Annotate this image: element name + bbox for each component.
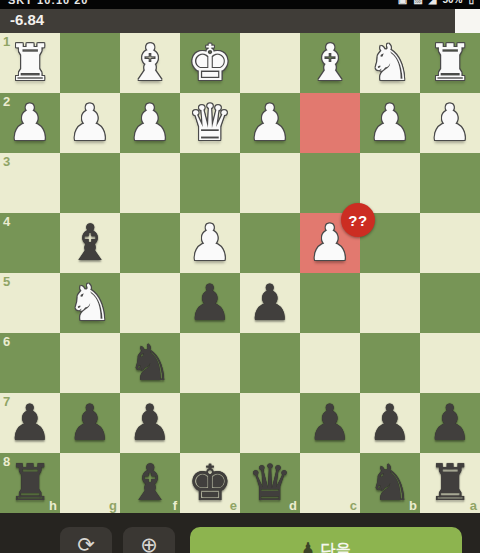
square-c1[interactable]: ♝ [300, 33, 360, 93]
square-f7[interactable]: ♟ [120, 393, 180, 453]
rank-label-3: 3 [3, 154, 10, 169]
square-d3[interactable] [240, 153, 300, 213]
rank-label-1: 1 [3, 34, 10, 49]
mute-icon: ▨ [413, 0, 422, 5]
square-a8[interactable]: a♜ [420, 453, 480, 513]
square-h5[interactable]: 5 [0, 273, 60, 333]
square-f6[interactable]: ♞ [120, 333, 180, 393]
square-e8[interactable]: e♚ [180, 453, 240, 513]
square-d8[interactable]: d♛ [240, 453, 300, 513]
white-Q-piece-e2: ♛ [180, 93, 240, 153]
app-screen: SKT 10:10 20 ▣ ▨ ◢ 50% ▯ -6.84 1♜♝♚♝♞♜2♟… [0, 0, 480, 553]
square-d4[interactable] [240, 213, 300, 273]
square-d2[interactable]: ♟ [240, 93, 300, 153]
square-d1[interactable] [240, 33, 300, 93]
status-icons: ▣ ▨ ◢ 50% ▯ [398, 0, 474, 5]
square-f1[interactable]: ♝ [120, 33, 180, 93]
square-a1[interactable]: ♜ [420, 33, 480, 93]
white-P-piece-b2: ♟ [360, 93, 420, 153]
white-B-piece-c1: ♝ [300, 33, 360, 93]
square-e7[interactable] [180, 393, 240, 453]
bottom-toolbar: ⟳ ⊕ ♟ 다음 [0, 513, 480, 553]
square-e2[interactable]: ♛ [180, 93, 240, 153]
square-e1[interactable]: ♚ [180, 33, 240, 93]
status-carrier-time: SKT 10:10 20 [8, 0, 88, 6]
plus-circle-icon: ⊕ [140, 535, 158, 553]
black-P-piece-b7: ♟ [360, 393, 420, 453]
black-P-piece-f7: ♟ [120, 393, 180, 453]
square-h6[interactable]: 6 [0, 333, 60, 393]
square-c2[interactable] [300, 93, 360, 153]
battery-percent: 50% [442, 0, 462, 5]
square-g8[interactable]: g [60, 453, 120, 513]
signal-icon: ◢ [429, 0, 437, 5]
square-a4[interactable] [420, 213, 480, 273]
square-e3[interactable] [180, 153, 240, 213]
square-f8[interactable]: f♝ [120, 453, 180, 513]
square-b6[interactable] [360, 333, 420, 393]
square-e5[interactable]: ♟ [180, 273, 240, 333]
chess-board[interactable]: 1♜♝♚♝♞♜2♟♟♟♛♟♟♟34♝♟♟5♞♟♟6♞7♟♟♟♟♟♟8h♜gf♝e… [0, 33, 480, 513]
next-button[interactable]: ♟ 다음 [190, 527, 462, 553]
white-R-piece-a1: ♜ [420, 33, 480, 93]
rank-label-2: 2 [3, 94, 10, 109]
white-N-piece-g5: ♞ [60, 273, 120, 333]
screenshot-icon: ▣ [398, 0, 407, 5]
square-a5[interactable] [420, 273, 480, 333]
file-label-e: e [230, 498, 237, 513]
square-b5[interactable] [360, 273, 420, 333]
square-a7[interactable]: ♟ [420, 393, 480, 453]
square-h3[interactable]: 3 [0, 153, 60, 213]
evaluation-score: -6.84 [10, 11, 44, 28]
file-label-b: b [409, 498, 417, 513]
black-N-piece-f6: ♞ [120, 333, 180, 393]
square-d6[interactable] [240, 333, 300, 393]
square-h8[interactable]: 8h♜ [0, 453, 60, 513]
square-g3[interactable] [60, 153, 120, 213]
file-label-c: c [350, 498, 357, 513]
square-h1[interactable]: 1♜ [0, 33, 60, 93]
square-b2[interactable]: ♟ [360, 93, 420, 153]
black-B-piece-g4: ♝ [60, 213, 120, 273]
status-bar: SKT 10:10 20 ▣ ▨ ◢ 50% ▯ [0, 0, 480, 9]
rank-label-4: 4 [3, 214, 10, 229]
square-f4[interactable] [120, 213, 180, 273]
file-label-f: f [173, 498, 177, 513]
black-P-piece-e5: ♟ [180, 273, 240, 333]
square-a3[interactable] [420, 153, 480, 213]
file-label-g: g [109, 498, 117, 513]
square-e4[interactable]: ♟ [180, 213, 240, 273]
file-label-h: h [49, 498, 57, 513]
pawn-icon: ♟ [301, 541, 314, 553]
white-P-piece-e4: ♟ [180, 213, 240, 273]
file-label-d: d [289, 498, 297, 513]
square-c5[interactable] [300, 273, 360, 333]
square-h7[interactable]: 7♟ [0, 393, 60, 453]
black-P-piece-a7: ♟ [420, 393, 480, 453]
file-label-a: a [470, 498, 477, 513]
square-g7[interactable]: ♟ [60, 393, 120, 453]
square-g5[interactable]: ♞ [60, 273, 120, 333]
square-f3[interactable] [120, 153, 180, 213]
rank-label-5: 5 [3, 274, 10, 289]
evaluation-bar-white-segment [455, 9, 480, 33]
square-d7[interactable] [240, 393, 300, 453]
square-g2[interactable]: ♟ [60, 93, 120, 153]
square-c7[interactable]: ♟ [300, 393, 360, 453]
square-h2[interactable]: 2♟ [0, 93, 60, 153]
retry-button[interactable]: ⟳ [60, 527, 112, 553]
black-P-piece-g7: ♟ [60, 393, 120, 453]
square-e6[interactable] [180, 333, 240, 393]
square-g4[interactable]: ♝ [60, 213, 120, 273]
evaluation-bar: -6.84 [0, 9, 480, 33]
square-f5[interactable] [120, 273, 180, 333]
white-P-piece-f2: ♟ [120, 93, 180, 153]
black-P-piece-c7: ♟ [300, 393, 360, 453]
white-N-piece-b1: ♞ [360, 33, 420, 93]
square-b1[interactable]: ♞ [360, 33, 420, 93]
rank-label-7: 7 [3, 394, 10, 409]
white-K-piece-e1: ♚ [180, 33, 240, 93]
redo-arrow-icon: ⟳ [77, 535, 95, 553]
square-b8[interactable]: b♞ [360, 453, 420, 513]
add-button[interactable]: ⊕ [123, 527, 175, 553]
square-a2[interactable]: ♟ [420, 93, 480, 153]
white-P-piece-d2: ♟ [240, 93, 300, 153]
black-B-piece-f8: ♝ [120, 453, 180, 513]
square-g6[interactable] [60, 333, 120, 393]
rank-label-6: 6 [3, 334, 10, 349]
square-c6[interactable] [300, 333, 360, 393]
square-b7[interactable]: ♟ [360, 393, 420, 453]
square-c8[interactable]: c [300, 453, 360, 513]
square-h4[interactable]: 4 [0, 213, 60, 273]
black-P-piece-d5: ♟ [240, 273, 300, 333]
battery-icon: ▯ [468, 0, 474, 5]
white-P-piece-a2: ♟ [420, 93, 480, 153]
blunder-badge: ?? [341, 203, 375, 237]
next-button-label: 다음 [321, 541, 351, 553]
white-B-piece-f1: ♝ [120, 33, 180, 93]
square-d5[interactable]: ♟ [240, 273, 300, 333]
square-g1[interactable] [60, 33, 120, 93]
white-P-piece-g2: ♟ [60, 93, 120, 153]
square-f2[interactable]: ♟ [120, 93, 180, 153]
square-b3[interactable] [360, 153, 420, 213]
rank-label-8: 8 [3, 454, 10, 469]
square-a6[interactable] [420, 333, 480, 393]
